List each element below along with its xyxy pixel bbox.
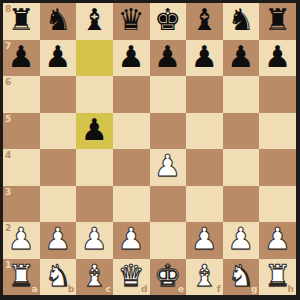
black-pawn-icon[interactable]: ♟ [81,115,108,145]
square-c1[interactable]: c♝ [76,259,113,296]
black-pawn-icon[interactable]: ♟ [228,42,255,72]
white-pawn-icon[interactable]: ♟ [191,224,218,254]
square-h2[interactable]: ♟ [259,222,296,259]
white-bishop-icon[interactable]: ♝ [191,261,218,291]
black-knight-icon[interactable]: ♞ [44,5,71,35]
square-c4[interactable] [76,149,113,186]
square-a3[interactable]: 3 [3,186,40,223]
square-c5[interactable]: ♟ [76,113,113,150]
square-f6[interactable] [186,76,223,113]
square-g3[interactable] [223,186,260,223]
white-pawn-icon[interactable]: ♟ [118,224,145,254]
square-b8[interactable]: ♞ [40,3,77,40]
square-d5[interactable] [113,113,150,150]
white-pawn-icon[interactable]: ♟ [228,224,255,254]
black-pawn-icon[interactable]: ♟ [44,42,71,72]
square-b2[interactable]: ♟ [40,222,77,259]
square-h6[interactable] [259,76,296,113]
square-e4[interactable]: ♟ [150,149,187,186]
square-d4[interactable] [113,149,150,186]
square-b4[interactable] [40,149,77,186]
square-f8[interactable]: ♝ [186,3,223,40]
square-f5[interactable] [186,113,223,150]
square-a1[interactable]: 1a♜ [3,259,40,296]
rank-label-3: 3 [5,188,11,197]
white-queen-icon[interactable]: ♛ [118,261,145,291]
square-h3[interactable] [259,186,296,223]
square-d3[interactable] [113,186,150,223]
rank-label-5: 5 [5,115,11,124]
black-pawn-icon[interactable]: ♟ [191,42,218,72]
square-f4[interactable] [186,149,223,186]
square-b7[interactable]: ♟ [40,40,77,77]
square-a5[interactable]: 5 [3,113,40,150]
square-e1[interactable]: e♚ [150,259,187,296]
chess-board: 8♜♞♝♛♚♝♞♜7♟♟♟♟♟♟♟65♟4♟32♟♟♟♟♟♟♟1a♜b♞c♝d♛… [3,3,296,295]
square-e8[interactable]: ♚ [150,3,187,40]
square-d7[interactable]: ♟ [113,40,150,77]
square-h7[interactable]: ♟ [259,40,296,77]
square-h5[interactable] [259,113,296,150]
square-f1[interactable]: f♝ [186,259,223,296]
square-g7[interactable]: ♟ [223,40,260,77]
square-f7[interactable]: ♟ [186,40,223,77]
black-pawn-icon[interactable]: ♟ [264,42,291,72]
rank-label-4: 4 [5,151,11,160]
square-g2[interactable]: ♟ [223,222,260,259]
square-a4[interactable]: 4 [3,149,40,186]
square-g4[interactable] [223,149,260,186]
square-a8[interactable]: 8♜ [3,3,40,40]
black-king-icon[interactable]: ♚ [154,5,181,35]
square-b5[interactable] [40,113,77,150]
black-rook-icon[interactable]: ♜ [8,5,35,35]
square-b3[interactable] [40,186,77,223]
white-bishop-icon[interactable]: ♝ [81,261,108,291]
black-knight-icon[interactable]: ♞ [228,5,255,35]
white-pawn-icon[interactable]: ♟ [264,224,291,254]
square-h4[interactable] [259,149,296,186]
square-d2[interactable]: ♟ [113,222,150,259]
rank-label-6: 6 [5,78,11,87]
square-e6[interactable] [150,76,187,113]
white-knight-icon[interactable]: ♞ [44,261,71,291]
square-a6[interactable]: 6 [3,76,40,113]
square-c2[interactable]: ♟ [76,222,113,259]
square-a2[interactable]: 2♟ [3,222,40,259]
chess-board-frame: 8♜♞♝♛♚♝♞♜7♟♟♟♟♟♟♟65♟4♟32♟♟♟♟♟♟♟1a♜b♞c♝d♛… [0,0,300,300]
square-g6[interactable] [223,76,260,113]
white-rook-icon[interactable]: ♜ [264,261,291,291]
square-h8[interactable]: ♜ [259,3,296,40]
black-bishop-icon[interactable]: ♝ [191,5,218,35]
white-king-icon[interactable]: ♚ [154,261,181,291]
square-g1[interactable]: g♞ [223,259,260,296]
white-pawn-icon[interactable]: ♟ [81,224,108,254]
black-pawn-icon[interactable]: ♟ [118,42,145,72]
white-rook-icon[interactable]: ♜ [8,261,35,291]
square-f3[interactable] [186,186,223,223]
square-e7[interactable]: ♟ [150,40,187,77]
square-e5[interactable] [150,113,187,150]
square-c8[interactable]: ♝ [76,3,113,40]
square-d6[interactable] [113,76,150,113]
square-e3[interactable] [150,186,187,223]
square-a7[interactable]: 7♟ [3,40,40,77]
black-pawn-icon[interactable]: ♟ [8,42,35,72]
square-c7[interactable] [76,40,113,77]
square-f2[interactable]: ♟ [186,222,223,259]
black-bishop-icon[interactable]: ♝ [81,5,108,35]
square-c6[interactable] [76,76,113,113]
square-g8[interactable]: ♞ [223,3,260,40]
square-b6[interactable] [40,76,77,113]
square-d1[interactable]: d♛ [113,259,150,296]
square-e2[interactable] [150,222,187,259]
white-pawn-icon[interactable]: ♟ [8,224,35,254]
square-c3[interactable] [76,186,113,223]
white-pawn-icon[interactable]: ♟ [44,224,71,254]
square-g5[interactable] [223,113,260,150]
white-knight-icon[interactable]: ♞ [228,261,255,291]
square-d8[interactable]: ♛ [113,3,150,40]
black-rook-icon[interactable]: ♜ [264,5,291,35]
white-pawn-icon[interactable]: ♟ [154,151,181,181]
square-h1[interactable]: h♜ [259,259,296,296]
black-queen-icon[interactable]: ♛ [118,5,145,35]
square-b1[interactable]: b♞ [40,259,77,296]
black-pawn-icon[interactable]: ♟ [154,42,181,72]
